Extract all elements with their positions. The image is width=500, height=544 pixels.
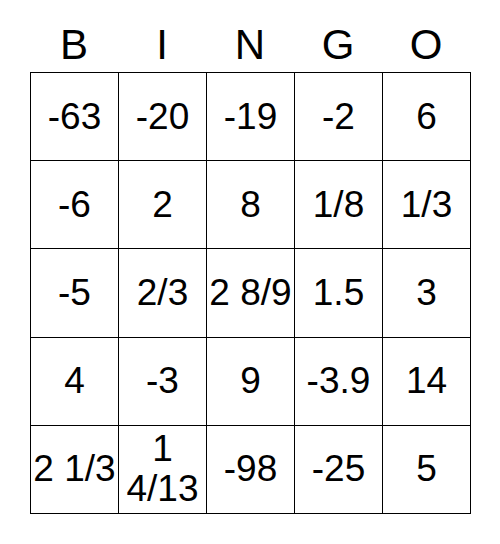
cell-2-3[interactable]: 1.5 xyxy=(295,249,383,337)
cell-2-0[interactable]: -5 xyxy=(31,249,119,337)
cell-4-0[interactable]: 2 1/3 xyxy=(31,426,119,514)
bingo-card: B I N G O -63 -20 -19 -2 6 -6 2 8 1/8 1/… xyxy=(30,0,471,514)
cell-4-2[interactable]: -98 xyxy=(207,426,295,514)
bingo-grid: -63 -20 -19 -2 6 -6 2 8 1/8 1/3 -5 2/3 2… xyxy=(30,72,471,514)
cell-3-4[interactable]: 14 xyxy=(383,338,471,426)
bingo-header: B I N G O xyxy=(30,0,471,72)
cell-4-1[interactable]: 1 4/13 xyxy=(119,426,207,514)
cell-1-1[interactable]: 2 xyxy=(119,161,207,249)
header-letter-g: G xyxy=(294,0,382,72)
cell-4-3[interactable]: -25 xyxy=(295,426,383,514)
cell-0-3[interactable]: -2 xyxy=(295,73,383,161)
cell-0-4[interactable]: 6 xyxy=(383,73,471,161)
cell-2-2[interactable]: 2 8/9 xyxy=(207,249,295,337)
cell-3-2[interactable]: 9 xyxy=(207,338,295,426)
cell-1-0[interactable]: -6 xyxy=(31,161,119,249)
cell-0-2[interactable]: -19 xyxy=(207,73,295,161)
cell-3-3[interactable]: -3.9 xyxy=(295,338,383,426)
header-letter-i: I xyxy=(118,0,206,72)
header-letter-n: N xyxy=(206,0,294,72)
header-letter-b: B xyxy=(30,0,118,72)
cell-0-1[interactable]: -20 xyxy=(119,73,207,161)
cell-0-0[interactable]: -63 xyxy=(31,73,119,161)
cell-4-4[interactable]: 5 xyxy=(383,426,471,514)
header-letter-o: O xyxy=(382,0,470,72)
cell-2-1[interactable]: 2/3 xyxy=(119,249,207,337)
cell-3-0[interactable]: 4 xyxy=(31,338,119,426)
cell-1-2[interactable]: 8 xyxy=(207,161,295,249)
cell-2-4[interactable]: 3 xyxy=(383,249,471,337)
cell-1-3[interactable]: 1/8 xyxy=(295,161,383,249)
cell-1-4[interactable]: 1/3 xyxy=(383,161,471,249)
cell-3-1[interactable]: -3 xyxy=(119,338,207,426)
